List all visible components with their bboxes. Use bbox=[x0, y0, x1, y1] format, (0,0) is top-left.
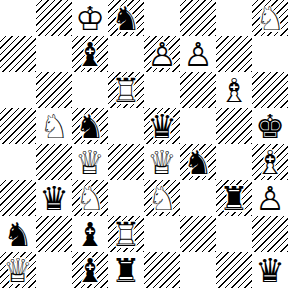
square-a7[interactable] bbox=[0, 36, 36, 72]
piece-black-queen: ♛ bbox=[36, 180, 72, 216]
piece-white-rook: ♜♖ bbox=[108, 72, 144, 108]
square-f4[interactable]: ♞ bbox=[180, 144, 216, 180]
piece-black-queen: ♛ bbox=[144, 108, 180, 144]
square-e7[interactable]: ♟♙ bbox=[144, 36, 180, 72]
square-g2[interactable] bbox=[216, 216, 252, 252]
black-knight-icon: ♞ bbox=[108, 0, 144, 36]
piece-white-pawn: ♟♙ bbox=[180, 36, 216, 72]
square-f8[interactable] bbox=[180, 0, 216, 36]
square-h8[interactable]: ♞♘ bbox=[252, 0, 288, 36]
piece-white-knight: ♞♘ bbox=[252, 0, 288, 36]
square-h4[interactable]: ♝♗ bbox=[252, 144, 288, 180]
square-c2[interactable]: ♝ bbox=[72, 216, 108, 252]
square-g1[interactable] bbox=[216, 252, 252, 288]
square-c4[interactable]: ♛♕ bbox=[72, 144, 108, 180]
square-b3[interactable]: ♛ bbox=[36, 180, 72, 216]
square-d4[interactable] bbox=[108, 144, 144, 180]
white-queen-icon: ♕ bbox=[144, 144, 180, 180]
square-g6[interactable]: ♝♗ bbox=[216, 72, 252, 108]
black-queen-icon: ♛ bbox=[36, 180, 72, 216]
piece-white-bishop: ♝♗ bbox=[216, 72, 252, 108]
square-c6[interactable] bbox=[72, 72, 108, 108]
chess-board: ♚♔♞♞♘♝♟♙♟♙♜♖♝♗♞♘♞♛♚♛♕♛♕♞♝♗♛♞♘♞♘♜♟♙♞♝♜♖♛♕… bbox=[0, 0, 288, 288]
square-e5[interactable]: ♛ bbox=[144, 108, 180, 144]
piece-white-king: ♚♔ bbox=[72, 0, 108, 36]
black-knight-icon: ♞ bbox=[180, 144, 216, 180]
square-f5[interactable] bbox=[180, 108, 216, 144]
square-f2[interactable] bbox=[180, 216, 216, 252]
white-king-icon: ♔ bbox=[72, 0, 108, 36]
black-knight-icon: ♞ bbox=[0, 216, 36, 252]
piece-black-king: ♚ bbox=[252, 108, 288, 144]
white-rook-icon: ♖ bbox=[108, 72, 144, 108]
square-g8[interactable] bbox=[216, 0, 252, 36]
piece-white-knight: ♞♘ bbox=[36, 108, 72, 144]
piece-black-knight: ♞ bbox=[0, 216, 36, 252]
piece-black-knight: ♞ bbox=[72, 108, 108, 144]
square-g4[interactable] bbox=[216, 144, 252, 180]
black-bishop-icon: ♝ bbox=[72, 216, 108, 252]
piece-white-pawn: ♟♙ bbox=[252, 180, 288, 216]
square-g3[interactable]: ♜ bbox=[216, 180, 252, 216]
black-queen-icon: ♛ bbox=[252, 252, 288, 288]
piece-black-bishop: ♝ bbox=[72, 216, 108, 252]
square-d8[interactable]: ♞ bbox=[108, 0, 144, 36]
piece-white-queen: ♛♕ bbox=[72, 144, 108, 180]
square-a8[interactable] bbox=[0, 0, 36, 36]
square-e6[interactable] bbox=[144, 72, 180, 108]
piece-black-queen: ♛ bbox=[252, 252, 288, 288]
square-b1[interactable] bbox=[36, 252, 72, 288]
square-c3[interactable]: ♞♘ bbox=[72, 180, 108, 216]
black-queen-icon: ♛ bbox=[144, 108, 180, 144]
white-knight-icon: ♘ bbox=[252, 0, 288, 36]
square-h5[interactable]: ♚ bbox=[252, 108, 288, 144]
square-g5[interactable] bbox=[216, 108, 252, 144]
square-f3[interactable] bbox=[180, 180, 216, 216]
square-f1[interactable] bbox=[180, 252, 216, 288]
black-king-icon: ♚ bbox=[252, 108, 288, 144]
square-e3[interactable]: ♞♘ bbox=[144, 180, 180, 216]
piece-white-rook: ♜♖ bbox=[108, 216, 144, 252]
square-e4[interactable]: ♛♕ bbox=[144, 144, 180, 180]
square-d5[interactable] bbox=[108, 108, 144, 144]
square-c5[interactable]: ♞ bbox=[72, 108, 108, 144]
square-d1[interactable]: ♜ bbox=[108, 252, 144, 288]
square-c7[interactable]: ♝ bbox=[72, 36, 108, 72]
piece-white-queen: ♛♕ bbox=[144, 144, 180, 180]
white-pawn-icon: ♙ bbox=[144, 36, 180, 72]
square-c1[interactable]: ♝ bbox=[72, 252, 108, 288]
square-a6[interactable] bbox=[0, 72, 36, 108]
piece-white-bishop: ♝♗ bbox=[252, 144, 288, 180]
square-h2[interactable] bbox=[252, 216, 288, 252]
piece-white-pawn: ♟♙ bbox=[144, 36, 180, 72]
square-h1[interactable]: ♛ bbox=[252, 252, 288, 288]
piece-black-knight: ♞ bbox=[108, 0, 144, 36]
white-knight-icon: ♘ bbox=[72, 180, 108, 216]
black-bishop-icon: ♝ bbox=[72, 36, 108, 72]
square-b7[interactable] bbox=[36, 36, 72, 72]
square-d2[interactable]: ♜♖ bbox=[108, 216, 144, 252]
square-b4[interactable] bbox=[36, 144, 72, 180]
square-a1[interactable]: ♛♕ bbox=[0, 252, 36, 288]
square-g7[interactable] bbox=[216, 36, 252, 72]
square-d7[interactable] bbox=[108, 36, 144, 72]
white-bishop-icon: ♗ bbox=[216, 72, 252, 108]
square-a3[interactable] bbox=[0, 180, 36, 216]
piece-black-bishop: ♝ bbox=[72, 252, 108, 288]
piece-black-bishop: ♝ bbox=[72, 36, 108, 72]
square-a5[interactable] bbox=[0, 108, 36, 144]
square-h6[interactable] bbox=[252, 72, 288, 108]
square-a2[interactable]: ♞ bbox=[0, 216, 36, 252]
square-h3[interactable]: ♟♙ bbox=[252, 180, 288, 216]
square-b2[interactable] bbox=[36, 216, 72, 252]
square-b6[interactable] bbox=[36, 72, 72, 108]
white-pawn-icon: ♙ bbox=[180, 36, 216, 72]
piece-black-rook: ♜ bbox=[216, 180, 252, 216]
piece-white-knight: ♞♘ bbox=[144, 180, 180, 216]
white-knight-icon: ♘ bbox=[144, 180, 180, 216]
white-pawn-icon: ♙ bbox=[252, 180, 288, 216]
square-e8[interactable] bbox=[144, 0, 180, 36]
square-f6[interactable] bbox=[180, 72, 216, 108]
black-rook-icon: ♜ bbox=[216, 180, 252, 216]
piece-black-rook: ♜ bbox=[108, 252, 144, 288]
square-b8[interactable] bbox=[36, 0, 72, 36]
piece-white-knight: ♞♘ bbox=[72, 180, 108, 216]
piece-white-queen: ♛♕ bbox=[0, 252, 36, 288]
white-bishop-icon: ♗ bbox=[252, 144, 288, 180]
square-f7[interactable]: ♟♙ bbox=[180, 36, 216, 72]
square-c8[interactable]: ♚♔ bbox=[72, 0, 108, 36]
black-bishop-icon: ♝ bbox=[72, 252, 108, 288]
square-a4[interactable] bbox=[0, 144, 36, 180]
square-d6[interactable]: ♜♖ bbox=[108, 72, 144, 108]
square-e2[interactable] bbox=[144, 216, 180, 252]
piece-black-knight: ♞ bbox=[180, 144, 216, 180]
white-rook-icon: ♖ bbox=[108, 216, 144, 252]
white-queen-icon: ♕ bbox=[72, 144, 108, 180]
square-h7[interactable] bbox=[252, 36, 288, 72]
square-b5[interactable]: ♞♘ bbox=[36, 108, 72, 144]
square-e1[interactable] bbox=[144, 252, 180, 288]
black-knight-icon: ♞ bbox=[72, 108, 108, 144]
black-rook-icon: ♜ bbox=[108, 252, 144, 288]
white-knight-icon: ♘ bbox=[36, 108, 72, 144]
white-queen-icon: ♕ bbox=[0, 252, 36, 288]
square-d3[interactable] bbox=[108, 180, 144, 216]
